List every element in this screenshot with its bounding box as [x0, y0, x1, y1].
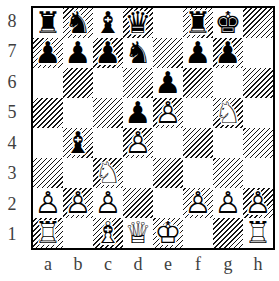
white-rook[interactable]: ♖ [33, 218, 63, 248]
black-pawn[interactable]: ♟ [183, 38, 213, 68]
square-d4[interactable]: ♟♙ [123, 128, 153, 158]
black-pawn[interactable]: ♟ [63, 38, 93, 68]
square-e2[interactable] [153, 188, 183, 218]
square-f7[interactable]: ♟ [183, 38, 213, 68]
rank-label-1: 1 [1, 220, 23, 251]
square-c4[interactable] [93, 128, 123, 158]
file-labels: abcdefgh [33, 251, 273, 278]
white-king[interactable]: ♔ [153, 218, 183, 248]
square-d7[interactable]: ♞ [123, 38, 153, 68]
square-a4[interactable] [33, 128, 63, 158]
square-f1[interactable] [183, 218, 213, 248]
file-label-e: e [153, 251, 183, 278]
square-b3[interactable] [63, 158, 93, 188]
square-a3[interactable] [33, 158, 63, 188]
square-f2[interactable]: ♟♙ [183, 188, 213, 218]
square-b6[interactable] [63, 68, 93, 98]
square-f8[interactable]: ♜ [183, 8, 213, 38]
file-label-f: f [183, 251, 213, 278]
square-h2[interactable]: ♟♙ [243, 188, 273, 218]
square-d1[interactable]: ♛♕ [123, 218, 153, 248]
square-e6[interactable]: ♟ [153, 68, 183, 98]
black-pawn[interactable]: ♟ [123, 98, 153, 128]
square-d6[interactable] [123, 68, 153, 98]
square-a6[interactable] [33, 68, 63, 98]
square-g3[interactable] [213, 158, 243, 188]
file-label-d: d [123, 251, 153, 278]
square-a1[interactable]: ♜♖ [33, 218, 63, 248]
black-pawn[interactable]: ♟ [213, 38, 243, 68]
white-pawn[interactable]: ♙ [243, 188, 273, 218]
square-b8[interactable]: ♞ [63, 8, 93, 38]
square-c5[interactable] [93, 98, 123, 128]
square-g1[interactable] [213, 218, 243, 248]
rank-label-3: 3 [1, 159, 23, 190]
square-e8[interactable] [153, 8, 183, 38]
square-a7[interactable]: ♟ [33, 38, 63, 68]
rank-label-6: 6 [1, 67, 23, 98]
square-g2[interactable]: ♟♙ [213, 188, 243, 218]
chess-diagram: 87654321 ♜♞♝♛♜♚♟♟♟♞♟♟♟♟♟♙♞♘♝♟♙♞♘♟♙♟♙♟♙♟♙… [0, 0, 279, 281]
black-bishop[interactable]: ♝ [93, 8, 123, 38]
chess-board[interactable]: ♜♞♝♛♜♚♟♟♟♞♟♟♟♟♟♙♞♘♝♟♙♞♘♟♙♟♙♟♙♟♙♟♙♟♙♜♖♝♗♛… [31, 6, 275, 250]
square-b2[interactable]: ♟♙ [63, 188, 93, 218]
square-e5[interactable]: ♟♙ [153, 98, 183, 128]
white-pawn[interactable]: ♙ [33, 188, 63, 218]
rank-label-5: 5 [1, 98, 23, 129]
square-h4[interactable] [243, 128, 273, 158]
square-c2[interactable]: ♟♙ [93, 188, 123, 218]
square-f3[interactable] [183, 158, 213, 188]
black-bishop[interactable]: ♝ [63, 128, 93, 158]
square-d3[interactable] [123, 158, 153, 188]
white-pawn[interactable]: ♙ [213, 188, 243, 218]
square-d5[interactable]: ♟ [123, 98, 153, 128]
square-b5[interactable] [63, 98, 93, 128]
black-rook[interactable]: ♜ [33, 8, 63, 38]
square-c3[interactable]: ♞♘ [93, 158, 123, 188]
square-b1[interactable] [63, 218, 93, 248]
square-g5[interactable]: ♞♘ [213, 98, 243, 128]
square-h5[interactable] [243, 98, 273, 128]
white-knight[interactable]: ♘ [93, 158, 123, 188]
square-g4[interactable] [213, 128, 243, 158]
square-c8[interactable]: ♝ [93, 8, 123, 38]
rank-labels: 87654321 [1, 6, 23, 250]
black-pawn[interactable]: ♟ [33, 38, 63, 68]
file-label-b: b [63, 251, 93, 278]
white-queen[interactable]: ♕ [123, 218, 153, 248]
rank-label-7: 7 [1, 37, 23, 68]
black-knight[interactable]: ♞ [123, 38, 153, 68]
square-h8[interactable] [243, 8, 273, 38]
square-e7[interactable] [153, 38, 183, 68]
square-e3[interactable] [153, 158, 183, 188]
white-knight[interactable]: ♘ [213, 98, 243, 128]
square-g6[interactable] [213, 68, 243, 98]
rank-label-8: 8 [1, 6, 23, 37]
rank-label-2: 2 [1, 189, 23, 220]
square-h3[interactable] [243, 158, 273, 188]
white-pawn[interactable]: ♙ [63, 188, 93, 218]
file-label-g: g [213, 251, 243, 278]
square-h1[interactable]: ♜♖ [243, 218, 273, 248]
white-pawn[interactable]: ♙ [183, 188, 213, 218]
square-h6[interactable] [243, 68, 273, 98]
square-b7[interactable]: ♟ [63, 38, 93, 68]
white-pawn[interactable]: ♙ [153, 98, 183, 128]
black-queen[interactable]: ♛ [123, 8, 153, 38]
square-c6[interactable] [93, 68, 123, 98]
square-c1[interactable]: ♝♗ [93, 218, 123, 248]
black-rook[interactable]: ♜ [183, 8, 213, 38]
square-e1[interactable]: ♚♔ [153, 218, 183, 248]
rank-label-4: 4 [1, 128, 23, 159]
black-king[interactable]: ♚ [213, 8, 243, 38]
white-bishop[interactable]: ♗ [93, 218, 123, 248]
square-e4[interactable] [153, 128, 183, 158]
white-pawn[interactable]: ♙ [123, 128, 153, 158]
file-label-c: c [93, 251, 123, 278]
square-f4[interactable] [183, 128, 213, 158]
square-a8[interactable]: ♜ [33, 8, 63, 38]
square-a2[interactable]: ♟♙ [33, 188, 63, 218]
square-f5[interactable] [183, 98, 213, 128]
square-c7[interactable]: ♟ [93, 38, 123, 68]
white-rook[interactable]: ♖ [243, 218, 273, 248]
square-d8[interactable]: ♛ [123, 8, 153, 38]
square-h7[interactable] [243, 38, 273, 68]
square-g7[interactable]: ♟ [213, 38, 243, 68]
square-g8[interactable]: ♚ [213, 8, 243, 38]
black-knight[interactable]: ♞ [63, 8, 93, 38]
square-f6[interactable] [183, 68, 213, 98]
square-a5[interactable] [33, 98, 63, 128]
black-pawn[interactable]: ♟ [153, 68, 183, 98]
square-d2[interactable] [123, 188, 153, 218]
white-pawn[interactable]: ♙ [93, 188, 123, 218]
file-label-h: h [243, 251, 273, 278]
file-label-a: a [33, 251, 63, 278]
black-pawn[interactable]: ♟ [93, 38, 123, 68]
square-b4[interactable]: ♝ [63, 128, 93, 158]
